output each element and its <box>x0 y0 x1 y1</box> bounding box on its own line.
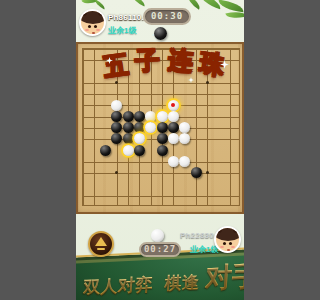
black-stone <box>157 122 168 133</box>
black-stone <box>123 133 134 144</box>
game-title: 五 子 连 珠 <box>103 46 228 79</box>
avatar-mouth <box>227 249 230 251</box>
bamboo-leaf-icon <box>94 0 107 9</box>
menu-up-button[interactable] <box>88 231 114 257</box>
bottom-player-timer: 00:27 <box>139 242 181 257</box>
white-stone <box>168 133 179 144</box>
banner-text-seg: 棋逢 <box>164 273 200 294</box>
white-stone <box>168 156 179 167</box>
black-stone <box>134 145 145 156</box>
avatar-eye <box>223 242 226 245</box>
avatar-blush <box>96 29 100 31</box>
avatar-eye <box>229 242 232 245</box>
white-stone <box>168 100 179 111</box>
banner-text-seg: 对手 <box>204 261 244 294</box>
black-stone <box>134 122 145 133</box>
white-stone <box>134 133 145 144</box>
avatar-eye <box>88 25 91 28</box>
avatar-bun <box>98 9 106 16</box>
avatar-hair <box>214 226 241 241</box>
bamboo-leaf-icon <box>185 0 202 10</box>
banner-text: 双人对弈 棋逢 对手 <box>82 258 244 300</box>
title-char: 子 <box>135 43 165 77</box>
title-char: 连 <box>167 43 197 78</box>
avatar-bun <box>214 226 222 233</box>
white-stone <box>179 156 190 167</box>
white-stone-turn-icon <box>151 229 164 242</box>
white-stone <box>168 111 179 122</box>
top-player-timer: 00:30 <box>143 8 191 25</box>
white-stone <box>145 122 156 133</box>
top-player-level: 业余1级 <box>108 25 136 36</box>
black-stone <box>123 122 134 133</box>
black-stone <box>111 133 122 144</box>
banner-text-seg: 双人对弈 <box>83 275 154 297</box>
avatar-mouth <box>92 32 95 34</box>
avatar-blush <box>220 246 224 248</box>
avatar-blush <box>231 246 235 248</box>
black-stone <box>123 111 134 122</box>
white-stone <box>157 111 168 122</box>
white-stone <box>179 122 190 133</box>
game-screen: Ph86110... 业余1级 00:30 五 子 连 珠 00:27 Ph22… <box>76 0 244 300</box>
avatar-blush <box>85 29 89 31</box>
avatar-bun <box>233 226 241 233</box>
black-stone <box>157 145 168 156</box>
black-stone <box>134 111 145 122</box>
black-stone-turn-icon <box>154 27 167 40</box>
black-stone <box>191 167 202 178</box>
bamboo-leaf-icon <box>218 0 244 12</box>
white-stone <box>179 133 190 144</box>
black-stone <box>157 133 168 144</box>
white-stone <box>145 111 156 122</box>
avatar-bun <box>79 9 87 16</box>
title-char: 五 <box>101 47 133 84</box>
avatar-eye <box>94 25 97 28</box>
top-player-avatar[interactable] <box>79 9 106 36</box>
arrow-base-icon <box>97 248 105 250</box>
black-stone <box>111 122 122 133</box>
arrow-up-icon <box>95 237 107 246</box>
white-stone <box>123 145 134 156</box>
black-stone <box>168 122 179 133</box>
black-stone <box>111 111 122 122</box>
avatar-hair <box>79 9 106 24</box>
white-stone <box>111 100 122 111</box>
bottom-player-avatar[interactable] <box>214 226 241 253</box>
bamboo-leaf-icon <box>131 0 146 6</box>
bottom-player-level: 业余1级 <box>190 244 218 255</box>
black-stone <box>100 145 111 156</box>
